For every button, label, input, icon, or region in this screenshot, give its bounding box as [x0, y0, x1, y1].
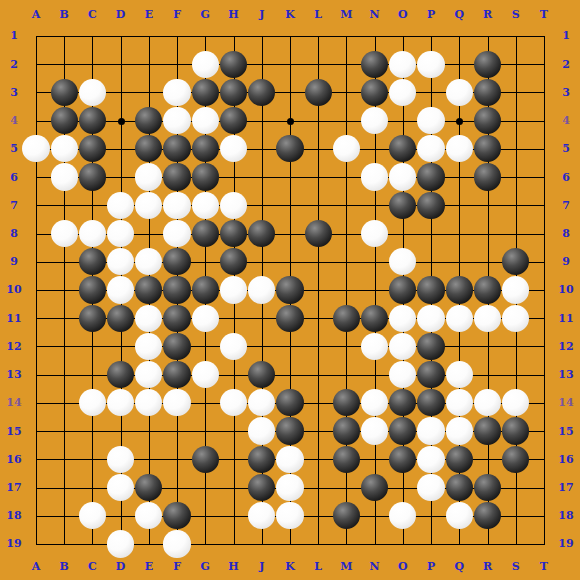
intersection-C6[interactable] — [78, 163, 106, 191]
intersection-L12[interactable] — [304, 332, 332, 360]
intersection-S4[interactable] — [502, 107, 530, 135]
intersection-C18[interactable] — [78, 502, 106, 530]
intersection-B18[interactable] — [50, 502, 78, 530]
intersection-O16[interactable] — [389, 445, 417, 473]
intersection-K9[interactable] — [276, 248, 304, 276]
intersection-F13[interactable] — [163, 361, 191, 389]
intersection-T14[interactable] — [530, 389, 558, 417]
intersection-J13[interactable] — [248, 361, 276, 389]
intersection-O11[interactable] — [389, 304, 417, 332]
intersection-Q17[interactable] — [445, 473, 473, 501]
intersection-F5[interactable] — [163, 135, 191, 163]
intersection-S12[interactable] — [502, 332, 530, 360]
intersection-E2[interactable] — [135, 50, 163, 78]
intersection-L5[interactable] — [304, 135, 332, 163]
intersection-K19[interactable] — [276, 530, 304, 558]
intersection-L13[interactable] — [304, 361, 332, 389]
intersection-F12[interactable] — [163, 332, 191, 360]
intersection-L18[interactable] — [304, 502, 332, 530]
intersection-J12[interactable] — [248, 332, 276, 360]
intersection-M19[interactable] — [332, 530, 360, 558]
intersection-T4[interactable] — [530, 107, 558, 135]
intersection-B14[interactable] — [50, 389, 78, 417]
intersection-N2[interactable] — [361, 50, 389, 78]
intersection-H12[interactable] — [219, 332, 247, 360]
intersection-G19[interactable] — [191, 530, 219, 558]
intersection-H17[interactable] — [219, 473, 247, 501]
intersection-H16[interactable] — [219, 445, 247, 473]
intersection-P7[interactable] — [417, 191, 445, 219]
intersection-O5[interactable] — [389, 135, 417, 163]
intersection-M10[interactable] — [332, 276, 360, 304]
intersection-L17[interactable] — [304, 473, 332, 501]
intersection-M17[interactable] — [332, 473, 360, 501]
intersection-D7[interactable] — [107, 191, 135, 219]
intersection-F4[interactable] — [163, 107, 191, 135]
intersection-G17[interactable] — [191, 473, 219, 501]
intersection-T13[interactable] — [530, 361, 558, 389]
intersection-K2[interactable] — [276, 50, 304, 78]
intersection-O4[interactable] — [389, 107, 417, 135]
intersection-K14[interactable] — [276, 389, 304, 417]
intersection-L15[interactable] — [304, 417, 332, 445]
intersection-J1[interactable] — [248, 22, 276, 50]
intersection-T8[interactable] — [530, 219, 558, 247]
intersection-C15[interactable] — [78, 417, 106, 445]
intersection-P4[interactable] — [417, 107, 445, 135]
intersection-Q8[interactable] — [445, 219, 473, 247]
intersection-B1[interactable] — [50, 22, 78, 50]
intersection-B17[interactable] — [50, 473, 78, 501]
intersection-Q18[interactable] — [445, 502, 473, 530]
intersection-H8[interactable] — [219, 219, 247, 247]
intersection-B5[interactable] — [50, 135, 78, 163]
intersection-P6[interactable] — [417, 163, 445, 191]
intersection-P12[interactable] — [417, 332, 445, 360]
intersection-D11[interactable] — [107, 304, 135, 332]
intersection-G9[interactable] — [191, 248, 219, 276]
intersection-F2[interactable] — [163, 50, 191, 78]
intersection-D3[interactable] — [107, 78, 135, 106]
intersection-B9[interactable] — [50, 248, 78, 276]
intersection-C12[interactable] — [78, 332, 106, 360]
intersection-B3[interactable] — [50, 78, 78, 106]
intersection-O6[interactable] — [389, 163, 417, 191]
intersection-A4[interactable] — [22, 107, 50, 135]
intersection-S9[interactable] — [502, 248, 530, 276]
intersection-M16[interactable] — [332, 445, 360, 473]
intersection-S17[interactable] — [502, 473, 530, 501]
intersection-A17[interactable] — [22, 473, 50, 501]
intersection-P8[interactable] — [417, 219, 445, 247]
intersection-B4[interactable] — [50, 107, 78, 135]
intersection-R2[interactable] — [473, 50, 501, 78]
intersection-B8[interactable] — [50, 219, 78, 247]
intersection-B10[interactable] — [50, 276, 78, 304]
intersection-H7[interactable] — [219, 191, 247, 219]
intersection-D2[interactable] — [107, 50, 135, 78]
intersection-Q12[interactable] — [445, 332, 473, 360]
intersection-J10[interactable] — [248, 276, 276, 304]
intersection-Q4[interactable] — [445, 107, 473, 135]
intersection-B15[interactable] — [50, 417, 78, 445]
intersection-E4[interactable] — [135, 107, 163, 135]
intersection-T18[interactable] — [530, 502, 558, 530]
intersection-R15[interactable] — [473, 417, 501, 445]
intersection-C7[interactable] — [78, 191, 106, 219]
intersection-A10[interactable] — [22, 276, 50, 304]
intersection-K18[interactable] — [276, 502, 304, 530]
intersection-R19[interactable] — [473, 530, 501, 558]
intersection-H9[interactable] — [219, 248, 247, 276]
intersection-E19[interactable] — [135, 530, 163, 558]
intersection-O13[interactable] — [389, 361, 417, 389]
intersection-A3[interactable] — [22, 78, 50, 106]
intersection-Q16[interactable] — [445, 445, 473, 473]
intersection-D5[interactable] — [107, 135, 135, 163]
intersection-P18[interactable] — [417, 502, 445, 530]
intersection-H2[interactable] — [219, 50, 247, 78]
intersection-M12[interactable] — [332, 332, 360, 360]
intersection-G3[interactable] — [191, 78, 219, 106]
intersection-O15[interactable] — [389, 417, 417, 445]
intersection-M7[interactable] — [332, 191, 360, 219]
intersection-T12[interactable] — [530, 332, 558, 360]
intersection-R13[interactable] — [473, 361, 501, 389]
intersection-C19[interactable] — [78, 530, 106, 558]
intersection-J15[interactable] — [248, 417, 276, 445]
intersection-C16[interactable] — [78, 445, 106, 473]
intersection-N11[interactable] — [361, 304, 389, 332]
intersection-C9[interactable] — [78, 248, 106, 276]
intersection-R4[interactable] — [473, 107, 501, 135]
intersection-L14[interactable] — [304, 389, 332, 417]
intersection-N7[interactable] — [361, 191, 389, 219]
intersection-E7[interactable] — [135, 191, 163, 219]
intersection-K6[interactable] — [276, 163, 304, 191]
intersection-K4[interactable] — [276, 107, 304, 135]
intersection-J8[interactable] — [248, 219, 276, 247]
intersection-R7[interactable] — [473, 191, 501, 219]
intersection-T3[interactable] — [530, 78, 558, 106]
intersection-O8[interactable] — [389, 219, 417, 247]
intersection-M13[interactable] — [332, 361, 360, 389]
intersection-S6[interactable] — [502, 163, 530, 191]
intersection-E10[interactable] — [135, 276, 163, 304]
intersection-T19[interactable] — [530, 530, 558, 558]
intersection-K10[interactable] — [276, 276, 304, 304]
intersection-S3[interactable] — [502, 78, 530, 106]
intersection-K7[interactable] — [276, 191, 304, 219]
intersection-G14[interactable] — [191, 389, 219, 417]
intersection-E12[interactable] — [135, 332, 163, 360]
intersection-R17[interactable] — [473, 473, 501, 501]
intersection-T5[interactable] — [530, 135, 558, 163]
intersection-Q15[interactable] — [445, 417, 473, 445]
intersection-F19[interactable] — [163, 530, 191, 558]
intersection-C10[interactable] — [78, 276, 106, 304]
intersection-Q9[interactable] — [445, 248, 473, 276]
intersection-S5[interactable] — [502, 135, 530, 163]
intersection-M11[interactable] — [332, 304, 360, 332]
intersection-K12[interactable] — [276, 332, 304, 360]
intersection-R5[interactable] — [473, 135, 501, 163]
intersection-B2[interactable] — [50, 50, 78, 78]
intersection-Q7[interactable] — [445, 191, 473, 219]
intersection-N9[interactable] — [361, 248, 389, 276]
intersection-D17[interactable] — [107, 473, 135, 501]
intersection-F6[interactable] — [163, 163, 191, 191]
intersection-O3[interactable] — [389, 78, 417, 106]
intersection-C3[interactable] — [78, 78, 106, 106]
intersection-T9[interactable] — [530, 248, 558, 276]
intersection-D15[interactable] — [107, 417, 135, 445]
intersection-F17[interactable] — [163, 473, 191, 501]
intersection-N4[interactable] — [361, 107, 389, 135]
intersection-L1[interactable] — [304, 22, 332, 50]
intersection-S13[interactable] — [502, 361, 530, 389]
intersection-R12[interactable] — [473, 332, 501, 360]
intersection-P5[interactable] — [417, 135, 445, 163]
intersection-H18[interactable] — [219, 502, 247, 530]
intersection-S18[interactable] — [502, 502, 530, 530]
intersection-T1[interactable] — [530, 22, 558, 50]
intersection-T17[interactable] — [530, 473, 558, 501]
intersection-B11[interactable] — [50, 304, 78, 332]
intersection-A2[interactable] — [22, 50, 50, 78]
intersection-B6[interactable] — [50, 163, 78, 191]
intersection-A15[interactable] — [22, 417, 50, 445]
intersection-J7[interactable] — [248, 191, 276, 219]
intersection-J6[interactable] — [248, 163, 276, 191]
intersection-T6[interactable] — [530, 163, 558, 191]
intersection-C14[interactable] — [78, 389, 106, 417]
intersection-M9[interactable] — [332, 248, 360, 276]
intersection-C1[interactable] — [78, 22, 106, 50]
intersection-D19[interactable] — [107, 530, 135, 558]
intersection-D14[interactable] — [107, 389, 135, 417]
intersection-J5[interactable] — [248, 135, 276, 163]
intersection-E13[interactable] — [135, 361, 163, 389]
intersection-N3[interactable] — [361, 78, 389, 106]
intersection-F10[interactable] — [163, 276, 191, 304]
intersection-P16[interactable] — [417, 445, 445, 473]
intersection-D18[interactable] — [107, 502, 135, 530]
intersection-S7[interactable] — [502, 191, 530, 219]
intersection-K5[interactable] — [276, 135, 304, 163]
intersection-D12[interactable] — [107, 332, 135, 360]
intersection-O17[interactable] — [389, 473, 417, 501]
intersection-R9[interactable] — [473, 248, 501, 276]
intersection-S10[interactable] — [502, 276, 530, 304]
intersection-M5[interactable] — [332, 135, 360, 163]
intersection-K1[interactable] — [276, 22, 304, 50]
intersection-L6[interactable] — [304, 163, 332, 191]
intersection-N12[interactable] — [361, 332, 389, 360]
intersection-G8[interactable] — [191, 219, 219, 247]
intersection-A9[interactable] — [22, 248, 50, 276]
intersection-A18[interactable] — [22, 502, 50, 530]
intersection-K16[interactable] — [276, 445, 304, 473]
intersection-F8[interactable] — [163, 219, 191, 247]
intersection-Q2[interactable] — [445, 50, 473, 78]
intersection-E14[interactable] — [135, 389, 163, 417]
intersection-M4[interactable] — [332, 107, 360, 135]
intersection-P14[interactable] — [417, 389, 445, 417]
intersection-D13[interactable] — [107, 361, 135, 389]
intersection-J18[interactable] — [248, 502, 276, 530]
intersection-T10[interactable] — [530, 276, 558, 304]
intersection-A14[interactable] — [22, 389, 50, 417]
intersection-F11[interactable] — [163, 304, 191, 332]
intersection-O7[interactable] — [389, 191, 417, 219]
intersection-O19[interactable] — [389, 530, 417, 558]
intersection-E1[interactable] — [135, 22, 163, 50]
intersection-N17[interactable] — [361, 473, 389, 501]
intersection-R11[interactable] — [473, 304, 501, 332]
intersection-J3[interactable] — [248, 78, 276, 106]
intersection-G16[interactable] — [191, 445, 219, 473]
intersection-C17[interactable] — [78, 473, 106, 501]
intersection-N10[interactable] — [361, 276, 389, 304]
intersection-S15[interactable] — [502, 417, 530, 445]
intersection-B7[interactable] — [50, 191, 78, 219]
intersection-O18[interactable] — [389, 502, 417, 530]
intersection-O9[interactable] — [389, 248, 417, 276]
intersection-G6[interactable] — [191, 163, 219, 191]
intersection-S8[interactable] — [502, 219, 530, 247]
intersection-N8[interactable] — [361, 219, 389, 247]
intersection-G1[interactable] — [191, 22, 219, 50]
intersection-F9[interactable] — [163, 248, 191, 276]
intersection-L9[interactable] — [304, 248, 332, 276]
intersection-A12[interactable] — [22, 332, 50, 360]
intersection-G5[interactable] — [191, 135, 219, 163]
intersection-N14[interactable] — [361, 389, 389, 417]
intersection-S16[interactable] — [502, 445, 530, 473]
intersection-N5[interactable] — [361, 135, 389, 163]
intersection-G10[interactable] — [191, 276, 219, 304]
intersection-H1[interactable] — [219, 22, 247, 50]
intersection-A19[interactable] — [22, 530, 50, 558]
intersection-K17[interactable] — [276, 473, 304, 501]
intersection-S11[interactable] — [502, 304, 530, 332]
intersection-D9[interactable] — [107, 248, 135, 276]
intersection-J2[interactable] — [248, 50, 276, 78]
intersection-E15[interactable] — [135, 417, 163, 445]
intersection-M6[interactable] — [332, 163, 360, 191]
intersection-A6[interactable] — [22, 163, 50, 191]
intersection-R14[interactable] — [473, 389, 501, 417]
intersection-B13[interactable] — [50, 361, 78, 389]
intersection-M15[interactable] — [332, 417, 360, 445]
intersection-P19[interactable] — [417, 530, 445, 558]
intersection-B19[interactable] — [50, 530, 78, 558]
intersection-G15[interactable] — [191, 417, 219, 445]
intersection-D16[interactable] — [107, 445, 135, 473]
intersection-T7[interactable] — [530, 191, 558, 219]
intersection-L4[interactable] — [304, 107, 332, 135]
intersection-N19[interactable] — [361, 530, 389, 558]
intersection-N15[interactable] — [361, 417, 389, 445]
intersection-N13[interactable] — [361, 361, 389, 389]
intersection-E16[interactable] — [135, 445, 163, 473]
intersection-H19[interactable] — [219, 530, 247, 558]
intersection-Q6[interactable] — [445, 163, 473, 191]
intersection-R16[interactable] — [473, 445, 501, 473]
intersection-G11[interactable] — [191, 304, 219, 332]
intersection-J4[interactable] — [248, 107, 276, 135]
intersection-J14[interactable] — [248, 389, 276, 417]
intersection-O2[interactable] — [389, 50, 417, 78]
intersection-E17[interactable] — [135, 473, 163, 501]
intersection-B12[interactable] — [50, 332, 78, 360]
intersection-A5[interactable] — [22, 135, 50, 163]
intersection-Q14[interactable] — [445, 389, 473, 417]
intersection-E18[interactable] — [135, 502, 163, 530]
intersection-P10[interactable] — [417, 276, 445, 304]
intersection-E3[interactable] — [135, 78, 163, 106]
intersection-P15[interactable] — [417, 417, 445, 445]
intersection-C8[interactable] — [78, 219, 106, 247]
intersection-E5[interactable] — [135, 135, 163, 163]
intersection-S19[interactable] — [502, 530, 530, 558]
intersection-Q11[interactable] — [445, 304, 473, 332]
intersection-C5[interactable] — [78, 135, 106, 163]
intersection-J11[interactable] — [248, 304, 276, 332]
intersection-L10[interactable] — [304, 276, 332, 304]
intersection-H3[interactable] — [219, 78, 247, 106]
intersection-G18[interactable] — [191, 502, 219, 530]
intersection-M1[interactable] — [332, 22, 360, 50]
intersection-L19[interactable] — [304, 530, 332, 558]
intersection-O12[interactable] — [389, 332, 417, 360]
intersection-E6[interactable] — [135, 163, 163, 191]
intersection-M2[interactable] — [332, 50, 360, 78]
intersection-P11[interactable] — [417, 304, 445, 332]
intersection-F14[interactable] — [163, 389, 191, 417]
intersection-R6[interactable] — [473, 163, 501, 191]
intersection-T2[interactable] — [530, 50, 558, 78]
intersection-Q13[interactable] — [445, 361, 473, 389]
intersection-L7[interactable] — [304, 191, 332, 219]
intersection-L8[interactable] — [304, 219, 332, 247]
intersection-D6[interactable] — [107, 163, 135, 191]
intersection-F16[interactable] — [163, 445, 191, 473]
intersection-Q19[interactable] — [445, 530, 473, 558]
intersection-G12[interactable] — [191, 332, 219, 360]
intersection-T16[interactable] — [530, 445, 558, 473]
intersection-M3[interactable] — [332, 78, 360, 106]
intersection-P17[interactable] — [417, 473, 445, 501]
intersection-K13[interactable] — [276, 361, 304, 389]
intersection-O1[interactable] — [389, 22, 417, 50]
intersection-D4[interactable] — [107, 107, 135, 135]
intersection-N18[interactable] — [361, 502, 389, 530]
intersection-A8[interactable] — [22, 219, 50, 247]
intersection-Q1[interactable] — [445, 22, 473, 50]
intersection-E11[interactable] — [135, 304, 163, 332]
intersection-A16[interactable] — [22, 445, 50, 473]
intersection-L11[interactable] — [304, 304, 332, 332]
intersection-A13[interactable] — [22, 361, 50, 389]
intersection-S14[interactable] — [502, 389, 530, 417]
intersection-P13[interactable] — [417, 361, 445, 389]
intersection-A7[interactable] — [22, 191, 50, 219]
intersection-J9[interactable] — [248, 248, 276, 276]
intersection-O14[interactable] — [389, 389, 417, 417]
intersection-Q5[interactable] — [445, 135, 473, 163]
